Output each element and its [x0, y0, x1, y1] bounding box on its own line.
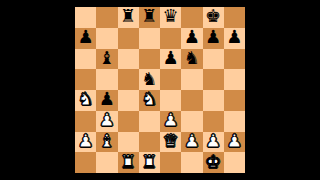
square-a5[interactable] — [75, 69, 96, 90]
square-f3[interactable] — [181, 111, 202, 132]
square-d8[interactable]: ♜ — [139, 7, 160, 28]
piece-white-knight[interactable]: ♞ — [141, 90, 157, 108]
square-f2[interactable]: ♟ — [181, 132, 202, 153]
piece-black-pawn[interactable]: ♟ — [78, 28, 94, 46]
square-h2[interactable]: ♟ — [224, 132, 245, 153]
square-h6[interactable] — [224, 49, 245, 70]
piece-white-pawn[interactable]: ♟ — [226, 132, 242, 150]
square-g7[interactable]: ♟ — [203, 28, 224, 49]
piece-white-pawn[interactable]: ♟ — [78, 132, 94, 150]
square-c2[interactable] — [118, 132, 139, 153]
piece-black-rook[interactable]: ♜ — [120, 7, 136, 25]
square-h1[interactable] — [224, 152, 245, 173]
square-b8[interactable] — [96, 7, 117, 28]
piece-white-king[interactable]: ♚ — [205, 153, 221, 171]
piece-black-queen[interactable]: ♛ — [163, 7, 179, 25]
piece-black-pawn[interactable]: ♟ — [163, 49, 179, 67]
piece-black-pawn[interactable]: ♟ — [205, 28, 221, 46]
piece-black-rook[interactable]: ♜ — [141, 7, 157, 25]
square-c3[interactable] — [118, 111, 139, 132]
piece-white-bishop[interactable]: ♝ — [99, 132, 115, 150]
square-f1[interactable] — [181, 152, 202, 173]
square-h7[interactable]: ♟ — [224, 28, 245, 49]
square-c4[interactable] — [118, 90, 139, 111]
piece-white-pawn[interactable]: ♟ — [99, 111, 115, 129]
square-g6[interactable] — [203, 49, 224, 70]
square-a7[interactable]: ♟ — [75, 28, 96, 49]
square-b7[interactable] — [96, 28, 117, 49]
square-f5[interactable] — [181, 69, 202, 90]
square-e8[interactable]: ♛ — [160, 7, 181, 28]
piece-black-pawn[interactable]: ♟ — [184, 28, 200, 46]
square-a1[interactable] — [75, 152, 96, 173]
square-f6[interactable]: ♞ — [181, 49, 202, 70]
square-g3[interactable] — [203, 111, 224, 132]
square-a3[interactable] — [75, 111, 96, 132]
square-d1[interactable]: ♜ — [139, 152, 160, 173]
square-h8[interactable] — [224, 7, 245, 28]
square-e1[interactable] — [160, 152, 181, 173]
square-e5[interactable] — [160, 69, 181, 90]
video-frame: ♜♜♛♚♟♟♟♟♝♟♞♞♞♟♞♟♟♟♝♛♟♟♟♜♜♚ — [0, 0, 320, 180]
chessboard[interactable]: ♜♜♛♚♟♟♟♟♝♟♞♞♞♟♞♟♟♟♝♛♟♟♟♜♜♚ — [75, 7, 245, 173]
square-b1[interactable] — [96, 152, 117, 173]
square-h5[interactable] — [224, 69, 245, 90]
piece-white-pawn[interactable]: ♟ — [205, 132, 221, 150]
piece-white-rook[interactable]: ♜ — [141, 153, 157, 171]
square-b4[interactable]: ♟ — [96, 90, 117, 111]
piece-white-knight[interactable]: ♞ — [78, 90, 94, 108]
square-d4[interactable]: ♞ — [139, 90, 160, 111]
piece-white-queen[interactable]: ♛ — [163, 132, 179, 150]
square-b5[interactable] — [96, 69, 117, 90]
piece-black-pawn[interactable]: ♟ — [226, 28, 242, 46]
square-e2[interactable]: ♛ — [160, 132, 181, 153]
square-e4[interactable] — [160, 90, 181, 111]
square-f7[interactable]: ♟ — [181, 28, 202, 49]
square-b2[interactable]: ♝ — [96, 132, 117, 153]
square-c5[interactable] — [118, 69, 139, 90]
square-d7[interactable] — [139, 28, 160, 49]
square-g8[interactable]: ♚ — [203, 7, 224, 28]
square-g2[interactable]: ♟ — [203, 132, 224, 153]
piece-black-bishop[interactable]: ♝ — [99, 49, 115, 67]
piece-black-knight[interactable]: ♞ — [141, 70, 157, 88]
square-d2[interactable] — [139, 132, 160, 153]
square-b6[interactable]: ♝ — [96, 49, 117, 70]
piece-white-pawn[interactable]: ♟ — [184, 132, 200, 150]
square-c1[interactable]: ♜ — [118, 152, 139, 173]
square-a2[interactable]: ♟ — [75, 132, 96, 153]
square-e7[interactable] — [160, 28, 181, 49]
square-h4[interactable] — [224, 90, 245, 111]
square-c7[interactable] — [118, 28, 139, 49]
square-e3[interactable]: ♟ — [160, 111, 181, 132]
piece-black-knight[interactable]: ♞ — [184, 49, 200, 67]
square-h3[interactable] — [224, 111, 245, 132]
square-g1[interactable]: ♚ — [203, 152, 224, 173]
letterbox-right — [245, 0, 320, 180]
square-a4[interactable]: ♞ — [75, 90, 96, 111]
square-e6[interactable]: ♟ — [160, 49, 181, 70]
piece-black-king[interactable]: ♚ — [205, 7, 221, 25]
square-f4[interactable] — [181, 90, 202, 111]
square-d3[interactable] — [139, 111, 160, 132]
square-c6[interactable] — [118, 49, 139, 70]
square-g4[interactable] — [203, 90, 224, 111]
square-a8[interactable] — [75, 7, 96, 28]
letterbox-left — [0, 0, 75, 180]
piece-white-pawn[interactable]: ♟ — [163, 111, 179, 129]
square-b3[interactable]: ♟ — [96, 111, 117, 132]
square-a6[interactable] — [75, 49, 96, 70]
square-c8[interactable]: ♜ — [118, 7, 139, 28]
square-d5[interactable]: ♞ — [139, 69, 160, 90]
square-f8[interactable] — [181, 7, 202, 28]
piece-white-rook[interactable]: ♜ — [120, 153, 136, 171]
square-d6[interactable] — [139, 49, 160, 70]
piece-black-pawn[interactable]: ♟ — [99, 90, 115, 108]
square-g5[interactable] — [203, 69, 224, 90]
